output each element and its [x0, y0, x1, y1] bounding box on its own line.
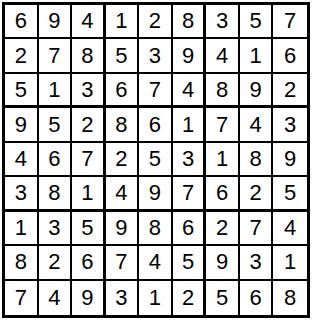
cell-r2c4[interactable]: 5 — [106, 39, 140, 73]
cell-r7c5[interactable]: 8 — [139, 212, 173, 246]
cell-r3c8[interactable]: 9 — [240, 74, 274, 108]
cell-r4c6[interactable]: 1 — [173, 108, 207, 142]
cell-r4c3[interactable]: 2 — [72, 108, 106, 142]
cell-r2c6[interactable]: 9 — [173, 39, 207, 73]
cell-r5c9[interactable]: 9 — [273, 143, 307, 177]
cell-r1c9[interactable]: 7 — [273, 5, 307, 39]
sudoku-board: 6941283572785394165136748929528617434672… — [2, 2, 310, 318]
cell-r2c1[interactable]: 2 — [5, 39, 39, 73]
cell-r1c1[interactable]: 6 — [5, 5, 39, 39]
cell-r6c8[interactable]: 2 — [240, 177, 274, 211]
cell-r3c9[interactable]: 2 — [273, 74, 307, 108]
cell-r9c3[interactable]: 9 — [72, 281, 106, 315]
cell-r8c4[interactable]: 7 — [106, 246, 140, 280]
cell-r4c4[interactable]: 8 — [106, 108, 140, 142]
cell-r9c2[interactable]: 4 — [39, 281, 73, 315]
cell-r1c5[interactable]: 2 — [139, 5, 173, 39]
cell-r9c1[interactable]: 7 — [5, 281, 39, 315]
cell-r3c1[interactable]: 5 — [5, 74, 39, 108]
cell-r3c7[interactable]: 8 — [206, 74, 240, 108]
cell-r4c5[interactable]: 6 — [139, 108, 173, 142]
cell-r7c7[interactable]: 2 — [206, 212, 240, 246]
cell-r2c7[interactable]: 4 — [206, 39, 240, 73]
cell-r4c1[interactable]: 9 — [5, 108, 39, 142]
cell-r8c5[interactable]: 4 — [139, 246, 173, 280]
cell-r9c4[interactable]: 3 — [106, 281, 140, 315]
cell-r5c1[interactable]: 4 — [5, 143, 39, 177]
cell-r8c2[interactable]: 2 — [39, 246, 73, 280]
cell-r4c8[interactable]: 4 — [240, 108, 274, 142]
cell-r7c6[interactable]: 6 — [173, 212, 207, 246]
cell-r1c3[interactable]: 4 — [72, 5, 106, 39]
cell-r5c8[interactable]: 8 — [240, 143, 274, 177]
cell-r9c6[interactable]: 2 — [173, 281, 207, 315]
cell-r8c9[interactable]: 1 — [273, 246, 307, 280]
cell-r5c6[interactable]: 3 — [173, 143, 207, 177]
cell-r8c6[interactable]: 5 — [173, 246, 207, 280]
cell-r6c6[interactable]: 7 — [173, 177, 207, 211]
cell-r2c3[interactable]: 8 — [72, 39, 106, 73]
cell-r7c1[interactable]: 1 — [5, 212, 39, 246]
cell-r1c4[interactable]: 1 — [106, 5, 140, 39]
cell-r3c6[interactable]: 4 — [173, 74, 207, 108]
cell-r1c2[interactable]: 9 — [39, 5, 73, 39]
cell-r1c7[interactable]: 3 — [206, 5, 240, 39]
cell-r3c5[interactable]: 7 — [139, 74, 173, 108]
cell-r6c7[interactable]: 6 — [206, 177, 240, 211]
cell-r6c2[interactable]: 8 — [39, 177, 73, 211]
cell-r3c3[interactable]: 3 — [72, 74, 106, 108]
cell-r8c8[interactable]: 3 — [240, 246, 274, 280]
cell-r8c1[interactable]: 8 — [5, 246, 39, 280]
cell-r2c8[interactable]: 1 — [240, 39, 274, 73]
cell-r7c4[interactable]: 9 — [106, 212, 140, 246]
cell-r5c2[interactable]: 6 — [39, 143, 73, 177]
cell-r6c9[interactable]: 5 — [273, 177, 307, 211]
cell-r9c7[interactable]: 5 — [206, 281, 240, 315]
cell-r8c7[interactable]: 9 — [206, 246, 240, 280]
cell-r5c5[interactable]: 5 — [139, 143, 173, 177]
cell-r5c3[interactable]: 7 — [72, 143, 106, 177]
cell-r7c2[interactable]: 3 — [39, 212, 73, 246]
cell-r5c4[interactable]: 2 — [106, 143, 140, 177]
cell-r2c5[interactable]: 3 — [139, 39, 173, 73]
cell-r5c7[interactable]: 1 — [206, 143, 240, 177]
cell-r2c9[interactable]: 6 — [273, 39, 307, 73]
cell-r4c9[interactable]: 3 — [273, 108, 307, 142]
cell-r4c7[interactable]: 7 — [206, 108, 240, 142]
cell-r1c6[interactable]: 8 — [173, 5, 207, 39]
cell-r9c9[interactable]: 8 — [273, 281, 307, 315]
cell-r9c5[interactable]: 1 — [139, 281, 173, 315]
cell-r7c3[interactable]: 5 — [72, 212, 106, 246]
cell-r3c2[interactable]: 1 — [39, 74, 73, 108]
cell-r6c4[interactable]: 4 — [106, 177, 140, 211]
cell-r7c9[interactable]: 4 — [273, 212, 307, 246]
cell-r6c1[interactable]: 3 — [5, 177, 39, 211]
cell-r8c3[interactable]: 6 — [72, 246, 106, 280]
cell-r1c8[interactable]: 5 — [240, 5, 274, 39]
cell-r9c8[interactable]: 6 — [240, 281, 274, 315]
cell-r2c2[interactable]: 7 — [39, 39, 73, 73]
cell-r4c2[interactable]: 5 — [39, 108, 73, 142]
cell-r6c3[interactable]: 1 — [72, 177, 106, 211]
cell-r7c8[interactable]: 7 — [240, 212, 274, 246]
cell-r3c4[interactable]: 6 — [106, 74, 140, 108]
cell-r6c5[interactable]: 9 — [139, 177, 173, 211]
